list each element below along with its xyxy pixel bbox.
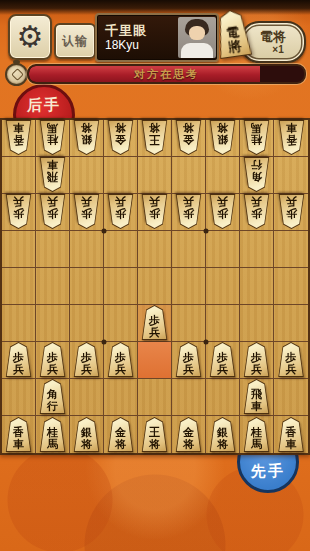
square-r3c4[interactable]: 歩兵 bbox=[104, 194, 138, 231]
square-r6c5[interactable]: 歩兵 bbox=[138, 305, 172, 342]
koma-kanji: 香車 bbox=[5, 417, 32, 452]
square-r2c9[interactable] bbox=[274, 157, 308, 194]
square-r5c1[interactable] bbox=[2, 268, 36, 305]
square-r4c1[interactable] bbox=[2, 231, 36, 268]
square-r4c2[interactable] bbox=[36, 231, 70, 268]
koma-gote-silver[interactable]: 銀将 bbox=[209, 120, 236, 155]
square-r1c1[interactable]: 香車 bbox=[2, 120, 36, 157]
header-bar: ⚙ 认输 千里眼 18Kyu 電将 ×1 bbox=[0, 0, 310, 62]
koma-kanji: 角行 bbox=[39, 379, 66, 414]
koma-kanji: 歩兵 bbox=[39, 342, 66, 377]
shogi-board-grid: 香車桂馬銀将金将王将金将銀将桂馬香車飛車角行歩兵歩兵歩兵歩兵歩兵歩兵歩兵歩兵歩兵… bbox=[2, 120, 308, 453]
square-r5c3[interactable] bbox=[70, 268, 104, 305]
square-r6c3[interactable] bbox=[70, 305, 104, 342]
koma-kanji: 歩兵 bbox=[278, 194, 305, 229]
koma-sente-pawn[interactable]: 歩兵 bbox=[278, 342, 305, 377]
square-r5c6[interactable] bbox=[172, 268, 206, 305]
square-r1c8[interactable]: 桂馬 bbox=[240, 120, 274, 157]
square-r4c5[interactable] bbox=[138, 231, 172, 268]
square-r8c8[interactable]: 飛車 bbox=[240, 379, 274, 416]
square-r2c4[interactable] bbox=[104, 157, 138, 194]
square-r8c1[interactable] bbox=[2, 379, 36, 416]
square-r9c6[interactable]: 金将 bbox=[172, 416, 206, 453]
koma-gote-gold[interactable]: 金将 bbox=[107, 120, 134, 155]
square-r8c7[interactable] bbox=[206, 379, 240, 416]
square-r9c3[interactable]: 銀将 bbox=[70, 416, 104, 453]
app-screen: ⚙ 认输 千里眼 18Kyu 電将 ×1 bbox=[0, 0, 310, 551]
koma-gote-lance[interactable]: 香車 bbox=[5, 120, 32, 155]
opponent-avatar bbox=[178, 17, 216, 58]
koma-kanji: 歩兵 bbox=[209, 194, 236, 229]
koma-gote-pawn[interactable]: 歩兵 bbox=[175, 194, 202, 229]
koma-kanji: 金将 bbox=[175, 120, 202, 155]
square-r5c9[interactable] bbox=[274, 268, 308, 305]
opponent-name: 千里眼 bbox=[105, 23, 178, 38]
koma-sente-silver[interactable]: 銀将 bbox=[73, 417, 100, 452]
square-r1c9[interactable]: 香車 bbox=[274, 120, 308, 157]
square-r3c7[interactable]: 歩兵 bbox=[206, 194, 240, 231]
koma-kanji: 飛車 bbox=[39, 157, 66, 192]
opponent-panel: 千里眼 18Kyu bbox=[95, 13, 219, 62]
koma-gote-pawn[interactable]: 歩兵 bbox=[141, 194, 168, 229]
koma-sente-king[interactable]: 王将 bbox=[141, 417, 168, 452]
koma-kanji: 歩兵 bbox=[243, 194, 270, 229]
square-r9c5[interactable]: 王将 bbox=[138, 416, 172, 453]
status-message: 对方在思考 bbox=[29, 66, 304, 82]
square-r4c8[interactable] bbox=[240, 231, 274, 268]
square-r9c1[interactable]: 香車 bbox=[2, 416, 36, 453]
square-r6c2[interactable] bbox=[36, 305, 70, 342]
koma-kanji: 桂馬 bbox=[39, 120, 66, 155]
square-r6c8[interactable] bbox=[240, 305, 274, 342]
koma-kanji: 銀将 bbox=[209, 120, 236, 155]
koma-sente-pawn[interactable]: 歩兵 bbox=[5, 342, 32, 377]
koma-gote-pawn[interactable]: 歩兵 bbox=[243, 194, 270, 229]
square-r7c7[interactable]: 歩兵 bbox=[206, 342, 240, 379]
stopwatch-icon bbox=[5, 63, 28, 86]
koma-gote-pawn[interactable]: 歩兵 bbox=[39, 194, 66, 229]
koma-kanji: 銀将 bbox=[209, 417, 236, 452]
square-r4c3[interactable] bbox=[70, 231, 104, 268]
square-r5c8[interactable] bbox=[240, 268, 274, 305]
square-r1c4[interactable]: 金将 bbox=[104, 120, 138, 157]
koma-kanji: 香車 bbox=[278, 120, 305, 155]
square-r9c4[interactable]: 金将 bbox=[104, 416, 138, 453]
square-r8c5[interactable] bbox=[138, 379, 172, 416]
koma-kanji: 歩兵 bbox=[175, 342, 202, 377]
koma-kanji: 王将 bbox=[141, 120, 168, 155]
hoshi-dot bbox=[101, 340, 106, 345]
square-r5c4[interactable] bbox=[104, 268, 138, 305]
koma-kanji: 歩兵 bbox=[107, 342, 134, 377]
square-r7c2[interactable]: 歩兵 bbox=[36, 342, 70, 379]
koma-gote-king[interactable]: 王将 bbox=[141, 120, 168, 155]
koma-sente-pawn[interactable]: 歩兵 bbox=[175, 342, 202, 377]
koma-gote-pawn[interactable]: 歩兵 bbox=[73, 194, 100, 229]
square-r2c5[interactable] bbox=[138, 157, 172, 194]
koma-gote-silver[interactable]: 銀将 bbox=[73, 120, 100, 155]
koma-gote-pawn[interactable]: 歩兵 bbox=[107, 194, 134, 229]
koma-sente-pawn[interactable]: 歩兵 bbox=[243, 342, 270, 377]
square-r3c8[interactable]: 歩兵 bbox=[240, 194, 274, 231]
square-r5c7[interactable] bbox=[206, 268, 240, 305]
engine-count: ×1 bbox=[272, 44, 283, 55]
status-row: 对方在思考 bbox=[0, 60, 310, 84]
koma-sente-rook[interactable]: 飛車 bbox=[243, 379, 270, 414]
koma-kanji: 桂馬 bbox=[243, 120, 270, 155]
koma-sente-pawn[interactable]: 歩兵 bbox=[107, 342, 134, 377]
koma-sente-lance[interactable]: 香車 bbox=[5, 417, 32, 452]
square-r1c2[interactable]: 桂馬 bbox=[36, 120, 70, 157]
square-r7c3[interactable]: 歩兵 bbox=[70, 342, 104, 379]
square-r7c5[interactable] bbox=[138, 342, 172, 379]
koma-kanji: 歩兵 bbox=[107, 194, 134, 229]
square-r2c7[interactable] bbox=[206, 157, 240, 194]
koma-kanji: 香車 bbox=[5, 120, 32, 155]
koma-kanji: 銀将 bbox=[73, 120, 100, 155]
koma-kanji: 歩兵 bbox=[73, 194, 100, 229]
square-r1c7[interactable]: 銀将 bbox=[206, 120, 240, 157]
koma-gote-gold[interactable]: 金将 bbox=[175, 120, 202, 155]
koma-gote-knight[interactable]: 桂馬 bbox=[243, 120, 270, 155]
hoshi-dot bbox=[204, 228, 209, 233]
square-r6c6[interactable] bbox=[172, 305, 206, 342]
koma-kanji: 歩兵 bbox=[73, 342, 100, 377]
square-r6c9[interactable] bbox=[274, 305, 308, 342]
square-r8c4[interactable] bbox=[104, 379, 138, 416]
koma-kanji: 飛車 bbox=[243, 379, 270, 414]
square-r5c5[interactable] bbox=[138, 268, 172, 305]
square-r4c6[interactable] bbox=[172, 231, 206, 268]
koma-kanji: 桂馬 bbox=[243, 417, 270, 452]
koma-kanji: 王将 bbox=[141, 417, 168, 452]
opponent-info: 千里眼 18Kyu bbox=[97, 23, 178, 52]
koma-kanji: 金将 bbox=[107, 417, 134, 452]
engine-control: 電将 ×1 電 將 bbox=[216, 8, 306, 60]
square-r1c3[interactable]: 銀将 bbox=[70, 120, 104, 157]
square-r9c9[interactable]: 香車 bbox=[274, 416, 308, 453]
square-r1c5[interactable]: 王将 bbox=[138, 120, 172, 157]
square-r2c6[interactable] bbox=[172, 157, 206, 194]
square-r6c4[interactable] bbox=[104, 305, 138, 342]
square-r6c1[interactable] bbox=[2, 305, 36, 342]
koma-gote-pawn[interactable]: 歩兵 bbox=[5, 194, 32, 229]
koma-sente-pawn[interactable]: 歩兵 bbox=[73, 342, 100, 377]
koma-sente-knight[interactable]: 桂馬 bbox=[39, 417, 66, 452]
koma-kanji: 歩兵 bbox=[243, 342, 270, 377]
koma-kanji: 歩兵 bbox=[5, 194, 32, 229]
koma-sente-pawn[interactable]: 歩兵 bbox=[141, 305, 168, 340]
hoshi-dot bbox=[101, 228, 106, 233]
square-r4c9[interactable] bbox=[274, 231, 308, 268]
avatar-shirt bbox=[181, 43, 213, 58]
koma-sente-silver[interactable]: 銀将 bbox=[209, 417, 236, 452]
square-r6c7[interactable] bbox=[206, 305, 240, 342]
square-r8c6[interactable] bbox=[172, 379, 206, 416]
koma-sente-gold[interactable]: 金将 bbox=[107, 417, 134, 452]
square-r3c9[interactable]: 歩兵 bbox=[274, 194, 308, 231]
hoshi-dot bbox=[204, 340, 209, 345]
koma-sente-knight[interactable]: 桂馬 bbox=[243, 417, 270, 452]
engine-label: 電将 bbox=[260, 30, 286, 44]
square-r8c3[interactable] bbox=[70, 379, 104, 416]
koma-kanji: 歩兵 bbox=[141, 305, 168, 340]
koma-kanji: 歩兵 bbox=[141, 194, 168, 229]
koma-kanji: 桂馬 bbox=[39, 417, 66, 452]
resign-button[interactable]: 认输 bbox=[54, 23, 96, 59]
square-r8c2[interactable]: 角行 bbox=[36, 379, 70, 416]
square-r2c3[interactable] bbox=[70, 157, 104, 194]
koma-gote-pawn[interactable]: 歩兵 bbox=[278, 194, 305, 229]
koma-kanji: 歩兵 bbox=[5, 342, 32, 377]
koma-kanji: 金将 bbox=[175, 417, 202, 452]
thinking-progress-bar: 对方在思考 bbox=[27, 64, 306, 84]
koma-kanji: 香車 bbox=[278, 417, 305, 452]
koma-sente-lance[interactable]: 香車 bbox=[278, 417, 305, 452]
square-r3c5[interactable]: 歩兵 bbox=[138, 194, 172, 231]
square-r9c7[interactable]: 銀将 bbox=[206, 416, 240, 453]
engine-koma-icon[interactable]: 電 將 bbox=[213, 8, 253, 59]
koma-gote-rook[interactable]: 飛車 bbox=[39, 157, 66, 192]
koma-sente-pawn[interactable]: 歩兵 bbox=[39, 342, 66, 377]
square-r7c8[interactable]: 歩兵 bbox=[240, 342, 274, 379]
koma-kanji: 銀将 bbox=[73, 417, 100, 452]
engine-koma-text: 電 將 bbox=[213, 8, 253, 59]
koma-kanji: 金将 bbox=[107, 120, 134, 155]
opponent-rank: 18Kyu bbox=[105, 38, 178, 52]
koma-kanji: 角行 bbox=[243, 157, 270, 192]
koma-sente-gold[interactable]: 金将 bbox=[175, 417, 202, 452]
square-r2c8[interactable]: 角行 bbox=[240, 157, 274, 194]
koma-gote-knight[interactable]: 桂馬 bbox=[39, 120, 66, 155]
koma-kanji: 歩兵 bbox=[209, 342, 236, 377]
square-r9c2[interactable]: 桂馬 bbox=[36, 416, 70, 453]
square-r2c2[interactable]: 飛車 bbox=[36, 157, 70, 194]
square-r4c4[interactable] bbox=[104, 231, 138, 268]
koma-gote-pawn[interactable]: 歩兵 bbox=[209, 194, 236, 229]
square-r7c4[interactable]: 歩兵 bbox=[104, 342, 138, 379]
koma-kanji: 歩兵 bbox=[39, 194, 66, 229]
square-r3c2[interactable]: 歩兵 bbox=[36, 194, 70, 231]
koma-sente-pawn[interactable]: 歩兵 bbox=[209, 342, 236, 377]
square-r7c9[interactable]: 歩兵 bbox=[274, 342, 308, 379]
square-r3c3[interactable]: 歩兵 bbox=[70, 194, 104, 231]
resign-label: 认输 bbox=[62, 33, 88, 50]
gear-icon: ⚙ bbox=[17, 22, 44, 52]
square-r4c7[interactable] bbox=[206, 231, 240, 268]
koma-gote-bishop[interactable]: 角行 bbox=[243, 157, 270, 192]
square-r9c8[interactable]: 桂馬 bbox=[240, 416, 274, 453]
square-r3c6[interactable]: 歩兵 bbox=[172, 194, 206, 231]
koma-gote-lance[interactable]: 香車 bbox=[278, 120, 305, 155]
square-r7c1[interactable]: 歩兵 bbox=[2, 342, 36, 379]
square-r8c9[interactable] bbox=[274, 379, 308, 416]
koma-kanji: 歩兵 bbox=[278, 342, 305, 377]
shogi-board: 香車桂馬銀将金将王将金将銀将桂馬香車飛車角行歩兵歩兵歩兵歩兵歩兵歩兵歩兵歩兵歩兵… bbox=[0, 118, 310, 455]
square-r3c1[interactable]: 歩兵 bbox=[2, 194, 36, 231]
settings-button[interactable]: ⚙ bbox=[8, 14, 52, 60]
koma-kanji: 歩兵 bbox=[175, 194, 202, 229]
square-r7c6[interactable]: 歩兵 bbox=[172, 342, 206, 379]
square-r5c2[interactable] bbox=[36, 268, 70, 305]
square-r1c6[interactable]: 金将 bbox=[172, 120, 206, 157]
avatar-face bbox=[189, 26, 205, 40]
square-r2c1[interactable] bbox=[2, 157, 36, 194]
koma-sente-bishop[interactable]: 角行 bbox=[39, 379, 66, 414]
